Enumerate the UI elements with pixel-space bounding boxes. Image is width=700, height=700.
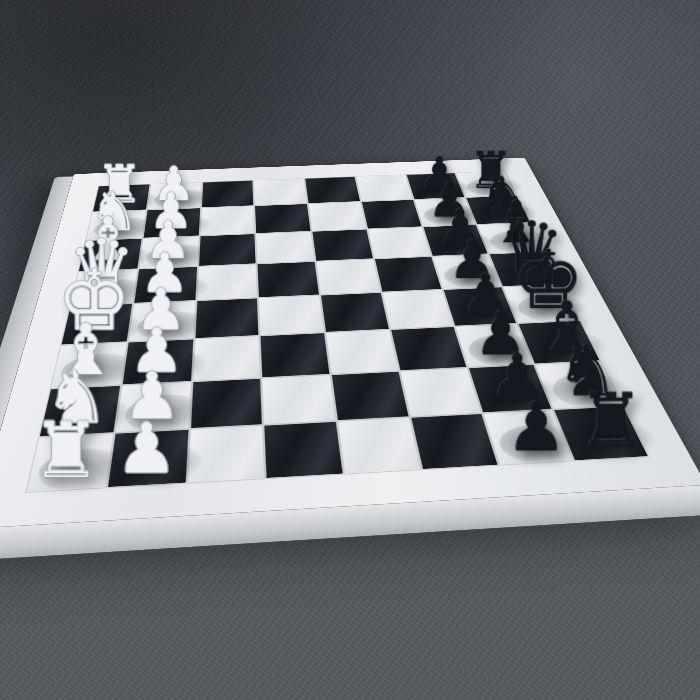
square-a2[interactable]	[147, 183, 201, 210]
square-c6[interactable]	[368, 227, 431, 258]
board-playing-area: ♜♟♟♜♞♟♟♞♝♟♟♝♛♟♟♛♚♟♟♚♝♟♟♝♞♟♟♞♜♟♟♜	[27, 171, 648, 492]
chess-board: ♜♟♟♜♞♟♟♞♝♟♟♝♛♟♟♛♚♟♟♚♝♟♟♝♞♟♟♞♜♟♟♜	[0, 158, 700, 529]
square-b2[interactable]	[143, 208, 199, 237]
square-b5[interactable]	[309, 202, 366, 231]
white-rook-glyph: ♜	[4, 411, 127, 488]
square-a4[interactable]	[254, 179, 307, 205]
photo-stage: ♜♟♟♜♞♟♟♞♝♟♟♝♛♟♟♛♚♟♟♚♝♟♟♝♞♟♟♞♜♟♟♜	[0, 0, 700, 700]
square-a7[interactable]	[406, 173, 464, 199]
square-a3[interactable]	[202, 181, 254, 208]
scene-perspective: ♜♟♟♜♞♟♟♞♝♟♟♝♛♟♟♛♚♟♟♚♝♟♟♝♞♟♟♞♜♟♟♜	[0, 0, 700, 700]
square-a1[interactable]	[93, 184, 149, 211]
square-c7[interactable]	[423, 225, 488, 256]
square-a5[interactable]	[305, 177, 360, 203]
square-d4[interactable]	[258, 262, 319, 297]
square-b3[interactable]	[200, 206, 254, 235]
black-pawn-glyph: ♟	[476, 394, 596, 462]
square-d6[interactable]	[375, 257, 441, 292]
piece-white-rook-h1[interactable]: ♜	[27, 434, 113, 492]
square-b7[interactable]	[414, 198, 475, 226]
square-d5[interactable]	[317, 259, 381, 294]
square-b4[interactable]	[255, 204, 310, 233]
square-c5[interactable]	[312, 229, 372, 261]
square-a6[interactable]	[356, 175, 412, 201]
square-c4[interactable]	[256, 232, 314, 264]
piece-black-pawn-h7[interactable]: ♟	[483, 410, 573, 464]
square-b6[interactable]	[362, 200, 421, 228]
